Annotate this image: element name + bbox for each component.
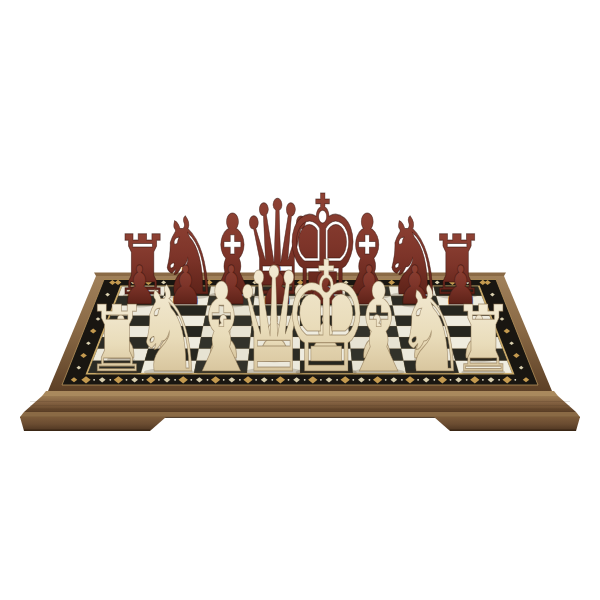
pieces-layer: ♜♞♝♛♚♝♞♜♟♟♟♟♟♟♟♟♟♟♟♟♟♟♟♟♜♞♝♛♚♝♞♜ [85,166,514,406]
piece-white-rook: ♜ [452,285,515,392]
chess-set-product-photo: ♜♞♝♛♚♝♞♜♟♟♟♟♟♟♟♟♟♟♟♟♟♟♟♟♜♞♝♛♚♝♞♜ [0,0,600,600]
front-molding-ledge [20,412,580,417]
rook-glyph: ♜ [452,285,515,392]
inlay-dot [514,379,516,381]
board-foot-left [20,417,166,431]
board-foot-right [434,417,580,431]
chess-board: ♜♞♝♛♚♝♞♜♟♟♟♟♟♟♟♟♟♟♟♟♟♟♟♟♜♞♝♛♚♝♞♜ [0,0,600,600]
